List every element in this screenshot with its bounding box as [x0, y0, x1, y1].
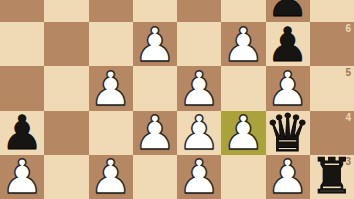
square-b7[interactable]: [44, 0, 88, 22]
black-rook-h3[interactable]: ♜: [310, 155, 354, 199]
square-h6[interactable]: 6: [310, 22, 354, 66]
square-c3[interactable]: ♟: [89, 155, 133, 199]
square-d6[interactable]: ♟: [133, 22, 177, 66]
square-c7[interactable]: [89, 0, 133, 22]
square-f5[interactable]: [221, 66, 265, 110]
square-f6[interactable]: ♟: [221, 22, 265, 66]
square-a7[interactable]: [0, 0, 44, 22]
square-g6[interactable]: ♟: [266, 22, 310, 66]
white-pawn-g3[interactable]: ♟: [266, 155, 310, 199]
black-pawn-g6[interactable]: ♟: [266, 22, 310, 66]
square-e3[interactable]: ♟: [177, 155, 221, 199]
square-h5[interactable]: 5: [310, 66, 354, 110]
square-c4[interactable]: [89, 111, 133, 155]
white-pawn-d4[interactable]: ♟: [133, 111, 177, 155]
square-a4[interactable]: ♟: [0, 111, 44, 155]
square-b3[interactable]: [44, 155, 88, 199]
white-pawn-c3[interactable]: ♟: [89, 155, 133, 199]
white-pawn-d6[interactable]: ♟: [133, 22, 177, 66]
square-f4[interactable]: ♟: [221, 111, 265, 155]
square-d5[interactable]: [133, 66, 177, 110]
white-pawn-c5[interactable]: ♟: [89, 66, 133, 110]
black-queen-g4[interactable]: ♛: [266, 111, 310, 155]
white-pawn-e3[interactable]: ♟: [177, 155, 221, 199]
square-d4[interactable]: ♟: [133, 111, 177, 155]
chess-board: ♟♟♟♟6♟♟♟5♟♟♟♟♛4♟♟♟♟3♜: [0, 0, 354, 199]
square-a3[interactable]: ♟: [0, 155, 44, 199]
square-f3[interactable]: [221, 155, 265, 199]
square-b4[interactable]: [44, 111, 88, 155]
white-pawn-f4[interactable]: ♟: [221, 111, 265, 155]
square-h3[interactable]: 3♜: [310, 155, 354, 199]
square-e6[interactable]: [177, 22, 221, 66]
square-b6[interactable]: [44, 22, 88, 66]
square-c5[interactable]: ♟: [89, 66, 133, 110]
square-b5[interactable]: [44, 66, 88, 110]
white-pawn-f6[interactable]: ♟: [221, 22, 265, 66]
white-pawn-e4[interactable]: ♟: [177, 111, 221, 155]
rank-label-4: 4: [345, 112, 351, 123]
rank-label-5: 5: [345, 67, 351, 78]
board-viewport: ♟♟♟♟6♟♟♟5♟♟♟♟♛4♟♟♟♟3♜: [0, 0, 354, 199]
square-a6[interactable]: [0, 22, 44, 66]
square-e5[interactable]: ♟: [177, 66, 221, 110]
white-pawn-e5[interactable]: ♟: [177, 66, 221, 110]
square-e4[interactable]: ♟: [177, 111, 221, 155]
square-d3[interactable]: [133, 155, 177, 199]
black-pawn-a4[interactable]: ♟: [0, 111, 44, 155]
rank-label-6: 6: [345, 23, 351, 34]
square-g4[interactable]: ♛: [266, 111, 310, 155]
white-pawn-a3[interactable]: ♟: [0, 155, 44, 199]
square-e7[interactable]: [177, 0, 221, 22]
square-h7[interactable]: [310, 0, 354, 22]
square-a5[interactable]: [0, 66, 44, 110]
square-c6[interactable]: [89, 22, 133, 66]
square-g3[interactable]: ♟: [266, 155, 310, 199]
